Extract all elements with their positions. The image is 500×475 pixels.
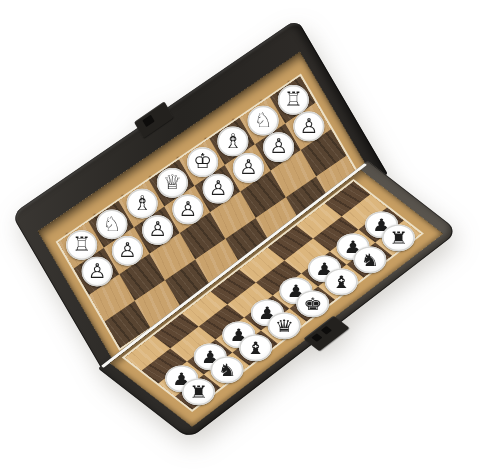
piece-symbol: ♛: [274, 317, 293, 334]
clasp-notch: [142, 115, 154, 127]
piece-symbol: ♚: [303, 295, 322, 312]
piece-symbol: ♞: [217, 361, 236, 378]
piece-black-rook[interactable]: ♜: [382, 225, 415, 252]
piece-symbol: ♖: [283, 90, 302, 110]
piece-symbol: ♙: [269, 137, 288, 157]
piece-symbol: ♙: [117, 241, 136, 261]
chess-case: ♖♘♗♕♔♗♘♖♙♙♙♙♙♙♙♙ ♟♟♟♟♟♟♟♟♜♞♝♛♚♝♞♜: [0, 0, 500, 475]
piece-white-pawn[interactable]: ♙: [141, 215, 172, 245]
piece-white-pawn[interactable]: ♙: [232, 153, 263, 183]
piece-white-bishop[interactable]: ♗: [126, 189, 157, 219]
piece-black-king[interactable]: ♚: [296, 291, 329, 318]
piece-symbol: ♘: [253, 110, 272, 130]
piece-symbol: ♙: [299, 116, 318, 136]
piece-symbol: ♗: [132, 193, 151, 213]
piece-symbol: ♙: [208, 178, 227, 198]
piece-black-rook[interactable]: ♜: [182, 379, 215, 406]
clasp-notch: [311, 333, 322, 342]
piece-black-bishop[interactable]: ♝: [239, 335, 272, 362]
piece-symbol: ♘: [102, 214, 121, 234]
piece-white-knight[interactable]: ♘: [96, 209, 127, 239]
piece-symbol: ♜: [389, 229, 408, 246]
piece-symbol: ♜: [189, 383, 208, 400]
piece-white-pawn[interactable]: ♙: [202, 174, 233, 204]
piece-black-queen[interactable]: ♛: [267, 313, 300, 340]
piece-black-knight[interactable]: ♞: [353, 247, 386, 274]
piece-symbol: ♔: [193, 152, 212, 172]
piece-symbol: ♙: [238, 158, 257, 178]
piece-white-queen[interactable]: ♕: [156, 168, 187, 198]
piece-white-pawn[interactable]: ♙: [293, 111, 324, 141]
piece-white-pawn[interactable]: ♙: [262, 132, 293, 162]
piece-symbol: ♗: [223, 131, 242, 151]
piece-black-knight[interactable]: ♞: [210, 357, 243, 384]
piece-symbol: ♙: [87, 261, 106, 281]
piece-white-king[interactable]: ♔: [186, 147, 217, 177]
product-photo-folding-chess-set: ♖♘♗♕♔♗♘♖♙♙♙♙♙♙♙♙ ♟♟♟♟♟♟♟♟♜♞♝♛♚♝♞♜: [0, 0, 500, 475]
piece-white-knight[interactable]: ♘: [247, 106, 278, 136]
piece-white-bishop[interactable]: ♗: [217, 126, 248, 156]
piece-symbol: ♝: [331, 273, 350, 290]
piece-white-pawn[interactable]: ♙: [81, 257, 112, 287]
piece-black-bishop[interactable]: ♝: [324, 269, 357, 296]
piece-symbol: ♖: [72, 235, 91, 255]
piece-symbol: ♙: [148, 220, 167, 240]
piece-symbol: ♙: [178, 199, 197, 219]
piece-symbol: ♞: [360, 251, 379, 268]
piece-white-rook[interactable]: ♖: [66, 230, 97, 260]
piece-white-rook[interactable]: ♖: [277, 85, 308, 115]
piece-white-pawn[interactable]: ♙: [111, 236, 142, 266]
piece-symbol: ♕: [162, 173, 181, 193]
clasp-notch: [321, 326, 332, 335]
piece-white-pawn[interactable]: ♙: [172, 194, 203, 224]
piece-symbol: ♝: [246, 339, 265, 356]
